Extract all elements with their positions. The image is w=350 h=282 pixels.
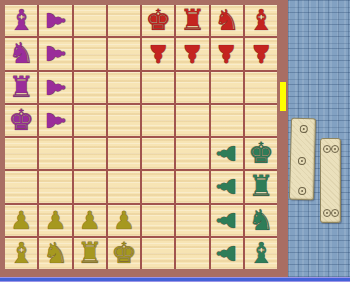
- square-b7[interactable]: ♟: [39, 38, 71, 69]
- square-b5[interactable]: ♟: [39, 105, 71, 136]
- square-h8[interactable]: ♝: [245, 5, 277, 36]
- square-f1[interactable]: [176, 238, 208, 269]
- green-knight[interactable]: ♞: [248, 206, 274, 235]
- green-pawn[interactable]: ♟: [214, 209, 239, 231]
- purple-knight[interactable]: ♞: [8, 39, 34, 68]
- purple-rook[interactable]: ♜: [8, 73, 34, 102]
- die-pip: [323, 145, 331, 153]
- square-b2[interactable]: ♟: [39, 205, 71, 236]
- square-e2[interactable]: [142, 205, 174, 236]
- green-rook[interactable]: ♜: [248, 172, 274, 201]
- yellow-pawn[interactable]: ♟: [78, 208, 100, 233]
- square-f2[interactable]: [176, 205, 208, 236]
- square-a1[interactable]: ♝: [5, 238, 37, 269]
- square-g7[interactable]: ♟: [211, 38, 243, 69]
- red-rook[interactable]: ♜: [179, 6, 205, 35]
- yellow-pawn[interactable]: ♟: [44, 208, 66, 233]
- long-die-showing-3[interactable]: [289, 118, 316, 201]
- green-pawn[interactable]: ♟: [214, 142, 239, 164]
- square-d1[interactable]: ♚: [108, 238, 140, 269]
- square-c1[interactable]: ♜: [74, 238, 106, 269]
- square-f4[interactable]: [176, 138, 208, 169]
- square-h7[interactable]: ♟: [245, 38, 277, 69]
- square-b8[interactable]: ♟: [39, 5, 71, 36]
- square-c3[interactable]: [74, 171, 106, 202]
- purple-pawn[interactable]: ♟: [43, 43, 68, 65]
- red-pawn[interactable]: ♟: [147, 41, 169, 66]
- square-e5[interactable]: [142, 105, 174, 136]
- green-king[interactable]: ♚: [248, 139, 274, 168]
- square-g6[interactable]: [211, 72, 243, 103]
- board: ♝♟♚♜♞♝♞♟♟♟♟♟♜♟♚♟♟♚♟♜♟♟♟♟♟♞♝♞♜♚♟♝: [5, 5, 277, 269]
- yellow-bishop[interactable]: ♝: [8, 239, 34, 268]
- green-bishop[interactable]: ♝: [248, 239, 274, 268]
- green-pawn[interactable]: ♟: [214, 176, 239, 198]
- square-e3[interactable]: [142, 171, 174, 202]
- die-pip: [323, 209, 331, 217]
- square-a4[interactable]: [5, 138, 37, 169]
- square-h4[interactable]: ♚: [245, 138, 277, 169]
- red-pawn[interactable]: ♟: [250, 41, 272, 66]
- die-pip: [298, 157, 306, 165]
- square-e7[interactable]: ♟: [142, 38, 174, 69]
- square-e4[interactable]: [142, 138, 174, 169]
- turn-marker: [280, 82, 286, 111]
- square-b3[interactable]: [39, 171, 71, 202]
- square-h2[interactable]: ♞: [245, 205, 277, 236]
- square-h6[interactable]: [245, 72, 277, 103]
- die-pip: [331, 145, 339, 153]
- square-g4[interactable]: ♟: [211, 138, 243, 169]
- yellow-king[interactable]: ♚: [111, 239, 137, 268]
- red-pawn[interactable]: ♟: [181, 41, 203, 66]
- purple-pawn[interactable]: ♟: [43, 76, 68, 98]
- green-pawn[interactable]: ♟: [214, 242, 239, 264]
- square-g3[interactable]: ♟: [211, 171, 243, 202]
- purple-pawn[interactable]: ♟: [43, 109, 68, 131]
- square-a6[interactable]: ♜: [5, 72, 37, 103]
- square-g2[interactable]: ♟: [211, 205, 243, 236]
- square-c8[interactable]: [74, 5, 106, 36]
- square-g5[interactable]: [211, 105, 243, 136]
- square-a5[interactable]: ♚: [5, 105, 37, 136]
- square-d4[interactable]: [108, 138, 140, 169]
- square-d7[interactable]: [108, 38, 140, 69]
- square-c4[interactable]: [74, 138, 106, 169]
- long-die-showing-4[interactable]: [320, 138, 341, 223]
- square-d2[interactable]: ♟: [108, 205, 140, 236]
- square-a3[interactable]: [5, 171, 37, 202]
- square-b1[interactable]: ♞: [39, 238, 71, 269]
- die-pip: [331, 209, 339, 217]
- square-h5[interactable]: [245, 105, 277, 136]
- purple-king[interactable]: ♚: [8, 106, 34, 135]
- yellow-rook[interactable]: ♜: [77, 239, 103, 268]
- square-c6[interactable]: [74, 72, 106, 103]
- yellow-knight[interactable]: ♞: [42, 239, 68, 268]
- square-h1[interactable]: ♝: [245, 238, 277, 269]
- red-bishop[interactable]: ♝: [248, 6, 274, 35]
- square-c5[interactable]: [74, 105, 106, 136]
- square-d6[interactable]: [108, 72, 140, 103]
- square-f3[interactable]: [176, 171, 208, 202]
- die-pip: [300, 125, 308, 133]
- board-frame: ♝♟♚♜♞♝♞♟♟♟♟♟♜♟♚♟♟♚♟♜♟♟♟♟♟♞♝♞♜♚♟♝: [0, 0, 288, 277]
- red-pawn[interactable]: ♟: [215, 41, 237, 66]
- square-e6[interactable]: [142, 72, 174, 103]
- square-c7[interactable]: [74, 38, 106, 69]
- die-pip: [298, 187, 306, 195]
- square-e8[interactable]: ♚: [142, 5, 174, 36]
- purple-pawn[interactable]: ♟: [43, 9, 68, 31]
- square-d3[interactable]: [108, 171, 140, 202]
- square-f6[interactable]: [176, 72, 208, 103]
- square-a8[interactable]: ♝: [5, 5, 37, 36]
- chaturaji-game-window: ♝♟♚♜♞♝♞♟♟♟♟♟♜♟♚♟♟♚♟♜♟♟♟♟♟♞♝♞♜♚♟♝: [0, 0, 350, 282]
- square-f5[interactable]: [176, 105, 208, 136]
- square-a2[interactable]: ♟: [5, 205, 37, 236]
- square-f8[interactable]: ♜: [176, 5, 208, 36]
- red-knight[interactable]: ♞: [214, 6, 240, 35]
- purple-bishop[interactable]: ♝: [8, 6, 34, 35]
- yellow-pawn[interactable]: ♟: [10, 208, 32, 233]
- red-king[interactable]: ♚: [145, 6, 171, 35]
- square-d5[interactable]: [108, 105, 140, 136]
- square-e1[interactable]: [142, 238, 174, 269]
- square-g1[interactable]: ♟: [211, 238, 243, 269]
- square-a7[interactable]: ♞: [5, 38, 37, 69]
- square-b6[interactable]: ♟: [39, 72, 71, 103]
- square-b4[interactable]: [39, 138, 71, 169]
- window-edge-strip: [0, 277, 350, 282]
- square-g8[interactable]: ♞: [211, 5, 243, 36]
- square-h3[interactable]: ♜: [245, 171, 277, 202]
- square-c2[interactable]: ♟: [74, 205, 106, 236]
- square-d8[interactable]: [108, 5, 140, 36]
- yellow-pawn[interactable]: ♟: [113, 208, 135, 233]
- square-f7[interactable]: ♟: [176, 38, 208, 69]
